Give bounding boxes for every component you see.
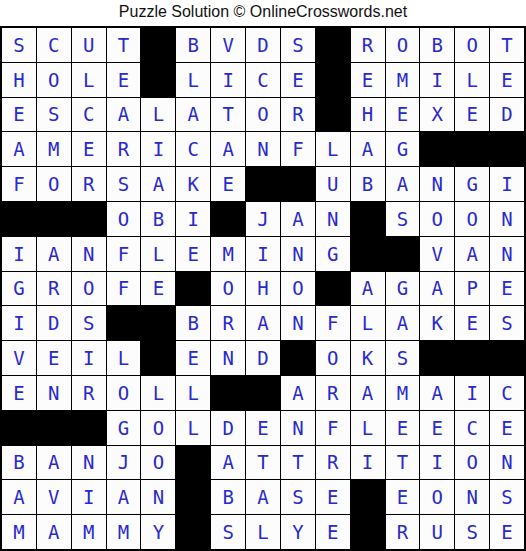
letter-cell-r14c14[interactable]: N	[455, 480, 489, 514]
letter-cell-r9c3[interactable]: S	[72, 306, 106, 340]
letter-cell-r6c4[interactable]: O	[107, 202, 141, 236]
letter-cell-r6c6[interactable]: I	[176, 202, 210, 236]
letter-cell-r11c2[interactable]: N	[37, 376, 71, 410]
letter-cell-r10c2[interactable]: E	[37, 341, 71, 375]
letter-cell-r15c2[interactable]: A	[37, 515, 71, 549]
letter-cell-r14c3[interactable]: I	[72, 480, 106, 514]
black-cell-r10c13	[420, 341, 454, 375]
black-cell-r4c13	[420, 132, 454, 166]
letter-cell-r13c11[interactable]: I	[351, 446, 385, 480]
letter-cell-r3c12[interactable]: E	[386, 98, 420, 132]
letter-cell-r5c2[interactable]: O	[37, 167, 71, 201]
black-cell-r11c7	[211, 376, 245, 410]
letter-cell-r13c14[interactable]: O	[455, 446, 489, 480]
letter-cell-r7c14[interactable]: A	[455, 237, 489, 271]
letter-cell-r13c2[interactable]: A	[37, 446, 71, 480]
letter-cell-r15c1[interactable]: M	[2, 515, 36, 549]
letter-cell-r9c1[interactable]: I	[2, 306, 36, 340]
letter-cell-r12c10[interactable]: F	[316, 411, 350, 445]
letter-cell-r10c7[interactable]: N	[211, 341, 245, 375]
letter-cell-r13c1[interactable]: B	[2, 446, 36, 480]
letter-cell-r9c8[interactable]: A	[246, 306, 280, 340]
letter-cell-r8c15[interactable]: E	[490, 272, 524, 306]
letter-cell-r15c9[interactable]: Y	[281, 515, 315, 549]
black-cell-r14c11	[351, 480, 385, 514]
letter-cell-r2c8[interactable]: C	[246, 63, 280, 97]
letter-cell-r15c14[interactable]: S	[455, 515, 489, 549]
letter-cell-r12c11[interactable]: L	[351, 411, 385, 445]
letter-cell-r3c14[interactable]: E	[455, 98, 489, 132]
letter-cell-r8c9[interactable]: O	[281, 272, 315, 306]
letter-cell-r11c3[interactable]: R	[72, 376, 106, 410]
letter-cell-r13c3[interactable]: N	[72, 446, 106, 480]
letter-cell-r5c10[interactable]: U	[316, 167, 350, 201]
letter-cell-r1c1[interactable]: S	[2, 28, 36, 62]
letter-cell-r8c4[interactable]: F	[107, 272, 141, 306]
letter-cell-r12c12[interactable]: E	[386, 411, 420, 445]
letter-cell-r13c9[interactable]: T	[281, 446, 315, 480]
letter-cell-r3c5[interactable]: L	[141, 98, 175, 132]
letter-cell-r14c4[interactable]: A	[107, 480, 141, 514]
black-cell-r7c12	[386, 237, 420, 271]
letter-cell-r14c15[interactable]: S	[490, 480, 524, 514]
black-cell-r5c8	[246, 167, 280, 201]
letter-cell-r3c15[interactable]: D	[490, 98, 524, 132]
letter-cell-r14c7[interactable]: B	[211, 480, 245, 514]
black-cell-r2c5	[141, 63, 175, 97]
letter-cell-r12c4[interactable]: G	[107, 411, 141, 445]
letter-cell-r5c6[interactable]: K	[176, 167, 210, 201]
letter-cell-r8c8[interactable]: H	[246, 272, 280, 306]
letter-cell-r4c2[interactable]: M	[37, 132, 71, 166]
letter-cell-r12c9[interactable]: N	[281, 411, 315, 445]
letter-cell-r15c10[interactable]: E	[316, 515, 350, 549]
letter-cell-r7c8[interactable]: I	[246, 237, 280, 271]
letter-cell-r12c8[interactable]: E	[246, 411, 280, 445]
letter-cell-r1c9[interactable]: S	[281, 28, 315, 62]
letter-cell-r15c3[interactable]: M	[72, 515, 106, 549]
letter-cell-r9c15[interactable]: S	[490, 306, 524, 340]
letter-cell-r7c5[interactable]: L	[141, 237, 175, 271]
letter-cell-r15c8[interactable]: L	[246, 515, 280, 549]
black-cell-r6c3	[72, 202, 106, 236]
black-cell-r7c11	[351, 237, 385, 271]
letter-cell-r8c2[interactable]: R	[37, 272, 71, 306]
black-cell-r12c2	[37, 411, 71, 445]
black-cell-r15c11	[351, 515, 385, 549]
letter-cell-r3c7[interactable]: T	[211, 98, 245, 132]
black-cell-r12c3	[72, 411, 106, 445]
letter-cell-r7c2[interactable]: A	[37, 237, 71, 271]
letter-cell-r11c14[interactable]: I	[455, 376, 489, 410]
letter-cell-r6c5[interactable]: B	[141, 202, 175, 236]
letter-cell-r3c11[interactable]: H	[351, 98, 385, 132]
letter-cell-r6c9[interactable]: A	[281, 202, 315, 236]
letter-cell-r10c1[interactable]: V	[2, 341, 36, 375]
letter-cell-r1c2[interactable]: C	[37, 28, 71, 62]
page-title: Puzzle Solution © OnlineCrosswords.net	[0, 0, 526, 26]
letter-cell-r13c8[interactable]: T	[246, 446, 280, 480]
black-cell-r4c15	[490, 132, 524, 166]
letter-cell-r3c8[interactable]: O	[246, 98, 280, 132]
letter-cell-r10c4[interactable]: L	[107, 341, 141, 375]
puzzle-page: Puzzle Solution © OnlineCrosswords.net S…	[0, 0, 526, 551]
letter-cell-r9c10[interactable]: F	[316, 306, 350, 340]
letter-cell-r15c13[interactable]: U	[420, 515, 454, 549]
black-cell-r1c5	[141, 28, 175, 62]
letter-cell-r4c8[interactable]: N	[246, 132, 280, 166]
letter-cell-r14c1[interactable]: A	[2, 480, 36, 514]
letter-cell-r3c13[interactable]: X	[420, 98, 454, 132]
letter-cell-r10c8[interactable]: D	[246, 341, 280, 375]
black-cell-r10c14	[455, 341, 489, 375]
letter-cell-r6c12[interactable]: S	[386, 202, 420, 236]
letter-cell-r2c15[interactable]: E	[490, 63, 524, 97]
letter-cell-r7c7[interactable]: M	[211, 237, 245, 271]
letter-cell-r5c4[interactable]: S	[107, 167, 141, 201]
letter-cell-r4c4[interactable]: R	[107, 132, 141, 166]
letter-cell-r13c7[interactable]: A	[211, 446, 245, 480]
letter-cell-r1c12[interactable]: O	[386, 28, 420, 62]
letter-cell-r2c3[interactable]: L	[72, 63, 106, 97]
letter-cell-r6c14[interactable]: O	[455, 202, 489, 236]
black-cell-r10c15	[490, 341, 524, 375]
letter-cell-r6c15[interactable]: N	[490, 202, 524, 236]
letter-cell-r13c5[interactable]: O	[141, 446, 175, 480]
letter-cell-r5c5[interactable]: A	[141, 167, 175, 201]
letter-cell-r8c5[interactable]: E	[141, 272, 175, 306]
black-cell-r5c9	[281, 167, 315, 201]
letter-cell-r7c13[interactable]: V	[420, 237, 454, 271]
letter-cell-r9c13[interactable]: K	[420, 306, 454, 340]
letter-cell-r5c14[interactable]: G	[455, 167, 489, 201]
letter-cell-r11c11[interactable]: A	[351, 376, 385, 410]
letter-cell-r8c12[interactable]: G	[386, 272, 420, 306]
letter-cell-r8c14[interactable]: P	[455, 272, 489, 306]
black-cell-r10c5	[141, 341, 175, 375]
letter-cell-r7c6[interactable]: E	[176, 237, 210, 271]
letter-cell-r5c3[interactable]: R	[72, 167, 106, 201]
letter-cell-r1c8[interactable]: D	[246, 28, 280, 62]
letter-cell-r11c15[interactable]: C	[490, 376, 524, 410]
letter-cell-r12c15[interactable]: E	[490, 411, 524, 445]
letter-cell-r8c13[interactable]: A	[420, 272, 454, 306]
letter-cell-r14c13[interactable]: O	[420, 480, 454, 514]
black-cell-r12c1	[2, 411, 36, 445]
letter-cell-r3c9[interactable]: R	[281, 98, 315, 132]
letter-cell-r14c5[interactable]: N	[141, 480, 175, 514]
letter-cell-r2c6[interactable]: L	[176, 63, 210, 97]
letter-cell-r1c6[interactable]: B	[176, 28, 210, 62]
letter-cell-r15c5[interactable]: Y	[141, 515, 175, 549]
letter-cell-r13c4[interactable]: J	[107, 446, 141, 480]
letter-cell-r2c2[interactable]: O	[37, 63, 71, 97]
letter-cell-r12c7[interactable]: D	[211, 411, 245, 445]
letter-cell-r5c12[interactable]: A	[386, 167, 420, 201]
letter-cell-r14c8[interactable]: A	[246, 480, 280, 514]
letter-cell-r13c15[interactable]: N	[490, 446, 524, 480]
letter-cell-r7c3[interactable]: N	[72, 237, 106, 271]
letter-cell-r8c11[interactable]: A	[351, 272, 385, 306]
black-cell-r15c6	[176, 515, 210, 549]
letter-cell-r2c12[interactable]: M	[386, 63, 420, 97]
letter-cell-r8c7[interactable]: O	[211, 272, 245, 306]
letter-cell-r3c1[interactable]: E	[2, 98, 36, 132]
letter-cell-r3c2[interactable]: S	[37, 98, 71, 132]
letter-cell-r13c12[interactable]: T	[386, 446, 420, 480]
letter-cell-r4c9[interactable]: F	[281, 132, 315, 166]
black-cell-r8c6	[176, 272, 210, 306]
black-cell-r8c10	[316, 272, 350, 306]
letter-cell-r2c7[interactable]: I	[211, 63, 245, 97]
letter-cell-r2c13[interactable]: I	[420, 63, 454, 97]
letter-cell-r7c1[interactable]: I	[2, 237, 36, 271]
black-cell-r1c10	[316, 28, 350, 62]
letter-cell-r12c5[interactable]: O	[141, 411, 175, 445]
letter-cell-r15c12[interactable]: R	[386, 515, 420, 549]
letter-cell-r6c8[interactable]: J	[246, 202, 280, 236]
letter-cell-r11c1[interactable]: E	[2, 376, 36, 410]
letter-cell-r14c12[interactable]: E	[386, 480, 420, 514]
letter-cell-r13c10[interactable]: R	[316, 446, 350, 480]
black-cell-r10c9	[281, 341, 315, 375]
letter-cell-r4c11[interactable]: A	[351, 132, 385, 166]
black-cell-r6c7	[211, 202, 245, 236]
letter-cell-r9c9[interactable]: N	[281, 306, 315, 340]
letter-cell-r9c14[interactable]: E	[455, 306, 489, 340]
letter-cell-r8c1[interactable]: G	[2, 272, 36, 306]
letter-cell-r4c1[interactable]: A	[2, 132, 36, 166]
letter-cell-r2c1[interactable]: H	[2, 63, 36, 97]
letter-cell-r11c4[interactable]: O	[107, 376, 141, 410]
letter-cell-r15c4[interactable]: M	[107, 515, 141, 549]
black-cell-r13c6	[176, 446, 210, 480]
letter-cell-r11c9[interactable]: A	[281, 376, 315, 410]
letter-cell-r3c3[interactable]: C	[72, 98, 106, 132]
letter-cell-r10c10[interactable]: O	[316, 341, 350, 375]
letter-cell-r1c3[interactable]: U	[72, 28, 106, 62]
letter-cell-r7c9[interactable]: N	[281, 237, 315, 271]
letter-cell-r15c7[interactable]: S	[211, 515, 245, 549]
letter-cell-r1c11[interactable]: R	[351, 28, 385, 62]
letter-cell-r4c12[interactable]: G	[386, 132, 420, 166]
black-cell-r6c11	[351, 202, 385, 236]
letter-cell-r1c15[interactable]: T	[490, 28, 524, 62]
letter-cell-r3c6[interactable]: A	[176, 98, 210, 132]
black-cell-r6c1	[2, 202, 36, 236]
letter-cell-r9c6[interactable]: B	[176, 306, 210, 340]
letter-cell-r4c10[interactable]: L	[316, 132, 350, 166]
black-cell-r9c5	[141, 306, 175, 340]
letter-cell-r9c11[interactable]: L	[351, 306, 385, 340]
letter-cell-r2c14[interactable]: L	[455, 63, 489, 97]
letter-cell-r4c7[interactable]: A	[211, 132, 245, 166]
letter-cell-r4c6[interactable]: C	[176, 132, 210, 166]
letter-cell-r8c3[interactable]: O	[72, 272, 106, 306]
black-cell-r9c4	[107, 306, 141, 340]
black-cell-r11c8	[246, 376, 280, 410]
black-cell-r2c10	[316, 63, 350, 97]
letter-cell-r11c13[interactable]: A	[420, 376, 454, 410]
black-cell-r4c14	[455, 132, 489, 166]
letter-cell-r14c10[interactable]: E	[316, 480, 350, 514]
letter-cell-r12c6[interactable]: L	[176, 411, 210, 445]
letter-cell-r9c2[interactable]: D	[37, 306, 71, 340]
letter-cell-r13c13[interactable]: I	[420, 446, 454, 480]
letter-cell-r5c7[interactable]: E	[211, 167, 245, 201]
letter-cell-r9c12[interactable]: A	[386, 306, 420, 340]
letter-cell-r7c15[interactable]: N	[490, 237, 524, 271]
letter-cell-r7c4[interactable]: F	[107, 237, 141, 271]
letter-cell-r1c7[interactable]: V	[211, 28, 245, 62]
letter-cell-r12c14[interactable]: C	[455, 411, 489, 445]
black-cell-r14c6	[176, 480, 210, 514]
letter-cell-r15c15[interactable]: E	[490, 515, 524, 549]
letter-cell-r11c6[interactable]: L	[176, 376, 210, 410]
letter-cell-r5c11[interactable]: B	[351, 167, 385, 201]
letter-cell-r6c10[interactable]: N	[316, 202, 350, 236]
letter-cell-r2c4[interactable]: E	[107, 63, 141, 97]
letter-cell-r2c9[interactable]: E	[281, 63, 315, 97]
letter-cell-r14c2[interactable]: V	[37, 480, 71, 514]
letter-cell-r1c14[interactable]: O	[455, 28, 489, 62]
letter-cell-r4c3[interactable]: E	[72, 132, 106, 166]
crossword-grid: SCUTBVDSROBOTHOLELICEEMILEESCALATORHEXED…	[0, 26, 526, 551]
letter-cell-r3c4[interactable]: A	[107, 98, 141, 132]
black-cell-r6c2	[37, 202, 71, 236]
letter-cell-r12c13[interactable]: E	[420, 411, 454, 445]
letter-cell-r10c3[interactable]: I	[72, 341, 106, 375]
letter-cell-r4c5[interactable]: I	[141, 132, 175, 166]
letter-cell-r1c13[interactable]: B	[420, 28, 454, 62]
letter-cell-r2c11[interactable]: E	[351, 63, 385, 97]
black-cell-r3c10	[316, 98, 350, 132]
letter-cell-r5c15[interactable]: I	[490, 167, 524, 201]
letter-cell-r5c13[interactable]: N	[420, 167, 454, 201]
letter-cell-r1c4[interactable]: T	[107, 28, 141, 62]
letter-cell-r10c6[interactable]: E	[176, 341, 210, 375]
letter-cell-r11c12[interactable]: M	[386, 376, 420, 410]
letter-cell-r9c7[interactable]: R	[211, 306, 245, 340]
letter-cell-r7c10[interactable]: G	[316, 237, 350, 271]
letter-cell-r10c12[interactable]: S	[386, 341, 420, 375]
letter-cell-r14c9[interactable]: S	[281, 480, 315, 514]
letter-cell-r5c1[interactable]: F	[2, 167, 36, 201]
letter-cell-r6c13[interactable]: O	[420, 202, 454, 236]
letter-cell-r11c5[interactable]: L	[141, 376, 175, 410]
letter-cell-r11c10[interactable]: R	[316, 376, 350, 410]
letter-cell-r10c11[interactable]: K	[351, 341, 385, 375]
